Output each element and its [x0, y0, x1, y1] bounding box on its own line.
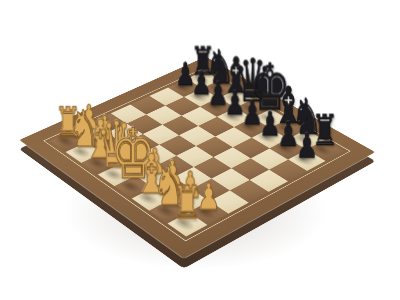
chess-set-photo: ♜♞♝♛♚♝♞♜♟♟♟♟♟♟♟♟♟♟♟♟♟♟♟♟♜♞♝♛♚♝♞♜ [0, 0, 400, 300]
square-h1[interactable]: ♜ [167, 212, 207, 236]
